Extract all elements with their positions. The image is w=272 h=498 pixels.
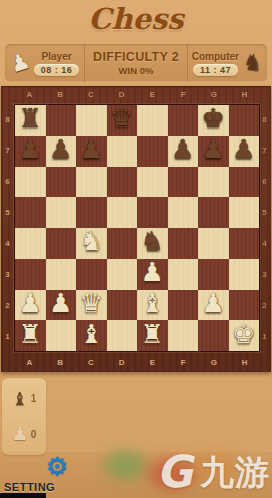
black-knight-icon: ♞: [242, 51, 265, 76]
computer-panel: Computer 11 : 47 ♞: [188, 44, 267, 82]
file-label-g: G: [199, 356, 230, 370]
piece-white-bishop: ♝: [141, 290, 164, 316]
piece-black-pawn: ♟: [202, 136, 225, 162]
setting-button[interactable]: ⚙ SETTING: [2, 454, 90, 496]
player-clock: 08 : 16: [34, 64, 80, 76]
square-c2[interactable]: ♛: [76, 290, 107, 321]
square-d7[interactable]: [107, 136, 138, 167]
file-label-e: E: [137, 88, 168, 102]
computer-label: Computer: [192, 51, 239, 62]
file-label-c: C: [76, 356, 107, 370]
watermark-logo-icon: G: [155, 450, 200, 494]
square-e3[interactable]: ♟: [137, 259, 168, 290]
square-c8[interactable]: [76, 105, 107, 136]
rank-labels-left: 87654321: [2, 104, 13, 352]
white-pawn-icon: ♟: [7, 49, 33, 76]
watermark-text: 九游: [200, 455, 270, 489]
square-g2[interactable]: ♟: [198, 290, 229, 321]
piece-white-rook: ♜: [141, 321, 164, 347]
status-bar: ♟ Player 08 : 16 DIFFICULTY 2 WIN 0% Com…: [5, 44, 267, 82]
square-g5[interactable]: [198, 197, 229, 228]
piece-white-king: ♚: [232, 321, 255, 347]
square-c7[interactable]: ♟: [76, 136, 107, 167]
square-d3[interactable]: [107, 259, 138, 290]
square-c6[interactable]: [76, 167, 107, 198]
rank-label-1: 1: [259, 321, 270, 352]
file-label-g: G: [199, 88, 230, 102]
piece-black-pawn: ♟: [19, 136, 42, 162]
square-a7[interactable]: ♟: [15, 136, 46, 167]
square-d2[interactable]: [107, 290, 138, 321]
rank-label-6: 6: [259, 166, 270, 197]
rank-labels-right: 87654321: [259, 104, 270, 352]
square-b2[interactable]: ♟: [46, 290, 77, 321]
rank-label-4: 4: [2, 228, 13, 259]
rank-label-7: 7: [2, 135, 13, 166]
file-label-a: A: [14, 88, 45, 102]
square-b8[interactable]: [46, 105, 77, 136]
player-panel: ♟ Player 08 : 16: [5, 44, 85, 82]
captured-black-bishop-icon: ♝: [12, 390, 28, 408]
win-rate-label: WIN 0%: [119, 65, 154, 76]
file-label-d: D: [106, 356, 137, 370]
rank-label-2: 2: [259, 290, 270, 321]
square-h7[interactable]: ♟: [229, 136, 260, 167]
square-d8[interactable]: ♛: [107, 105, 138, 136]
piece-black-king: ♚: [202, 105, 225, 131]
rank-label-3: 3: [259, 259, 270, 290]
tray-item: ♟ 0: [4, 425, 44, 443]
piece-black-pawn: ♟: [232, 136, 255, 162]
square-h2[interactable]: [229, 290, 260, 321]
square-d1[interactable]: [107, 320, 138, 351]
square-f4[interactable]: [168, 228, 199, 259]
piece-white-rook: ♜: [19, 321, 42, 347]
square-f7[interactable]: ♟: [168, 136, 199, 167]
piece-white-knight: ♞: [80, 228, 103, 254]
file-label-h: H: [229, 88, 260, 102]
piece-black-pawn: ♟: [80, 136, 103, 162]
square-h5[interactable]: [229, 197, 260, 228]
piece-white-bishop: ♝: [80, 321, 103, 347]
rank-label-8: 8: [259, 104, 270, 135]
square-f1[interactable]: [168, 320, 199, 351]
square-b7[interactable]: ♟: [46, 136, 77, 167]
rank-label-2: 2: [2, 290, 13, 321]
square-c5[interactable]: [76, 197, 107, 228]
square-b5[interactable]: [46, 197, 77, 228]
decor-blob-green: [104, 450, 146, 480]
rank-label-8: 8: [2, 104, 13, 135]
board-squares: ♜♛♚♟♟♟♟♟♟♞♞♟♟♟♛♝♟♜♝♜♚: [14, 104, 260, 352]
square-h1[interactable]: ♚: [229, 320, 260, 351]
difficulty-panel: DIFFICULTY 2 WIN 0%: [85, 44, 187, 82]
watermark: G 九游: [160, 450, 270, 494]
captured-count: 1: [31, 393, 37, 404]
square-g3[interactable]: [198, 259, 229, 290]
piece-white-pawn: ♟: [141, 259, 164, 285]
file-label-b: B: [45, 88, 76, 102]
piece-black-queen: ♛: [110, 105, 133, 131]
square-g7[interactable]: ♟: [198, 136, 229, 167]
file-label-a: A: [14, 356, 45, 370]
captured-count: 0: [31, 429, 37, 440]
file-label-c: C: [76, 88, 107, 102]
square-e2[interactable]: ♝: [137, 290, 168, 321]
square-g4[interactable]: [198, 228, 229, 259]
square-f2[interactable]: [168, 290, 199, 321]
rank-label-1: 1: [2, 321, 13, 352]
square-g1[interactable]: [198, 320, 229, 351]
gear-icon[interactable]: ⚙: [46, 454, 68, 479]
square-f3[interactable]: [168, 259, 199, 290]
piece-white-pawn: ♟: [202, 290, 225, 316]
file-label-f: F: [168, 356, 199, 370]
square-e8[interactable]: [137, 105, 168, 136]
captured-pieces-tray: ♝ 1 ♟ 0: [2, 378, 46, 455]
file-label-e: E: [137, 356, 168, 370]
piece-white-queen: ♛: [80, 290, 103, 316]
captured-white-pawn-icon: ♟: [12, 425, 28, 443]
bottom-edge-strip: [0, 493, 46, 498]
chess-board: ABCDEFGH ABCDEFGH 87654321 87654321 ♜♛♚♟…: [1, 86, 271, 372]
square-c3[interactable]: [76, 259, 107, 290]
square-f8[interactable]: [168, 105, 199, 136]
piece-white-pawn: ♟: [49, 290, 72, 316]
square-b1[interactable]: [46, 320, 77, 351]
piece-black-knight: ♞: [141, 228, 164, 254]
square-a1[interactable]: ♜: [15, 320, 46, 351]
square-b4[interactable]: [46, 228, 77, 259]
square-d4[interactable]: [107, 228, 138, 259]
square-e6[interactable]: [137, 167, 168, 198]
piece-black-rook: ♜: [19, 105, 42, 131]
square-e1[interactable]: ♜: [137, 320, 168, 351]
difficulty-label: DIFFICULTY 2: [93, 50, 179, 64]
piece-black-pawn: ♟: [171, 136, 194, 162]
square-h3[interactable]: [229, 259, 260, 290]
square-c4[interactable]: ♞: [76, 228, 107, 259]
square-e5[interactable]: [137, 197, 168, 228]
square-h6[interactable]: [229, 167, 260, 198]
rank-label-5: 5: [259, 197, 270, 228]
rank-label-3: 3: [2, 259, 13, 290]
square-e4[interactable]: ♞: [137, 228, 168, 259]
square-b6[interactable]: [46, 167, 77, 198]
file-label-f: F: [168, 88, 199, 102]
file-labels-bottom: ABCDEFGH: [14, 356, 260, 370]
square-a6[interactable]: [15, 167, 46, 198]
file-label-h: H: [229, 356, 260, 370]
page-title: Chess: [0, 2, 272, 36]
setting-label: SETTING: [4, 481, 55, 493]
square-c1[interactable]: ♝: [76, 320, 107, 351]
file-labels-top: ABCDEFGH: [14, 88, 260, 102]
tray-item: ♝ 1: [4, 390, 44, 408]
square-b3[interactable]: [46, 259, 77, 290]
file-label-b: B: [45, 356, 76, 370]
square-a5[interactable]: [15, 197, 46, 228]
square-a8[interactable]: ♜: [15, 105, 46, 136]
square-f5[interactable]: [168, 197, 199, 228]
square-g6[interactable]: [198, 167, 229, 198]
square-d5[interactable]: [107, 197, 138, 228]
square-h8[interactable]: [229, 105, 260, 136]
file-label-d: D: [106, 88, 137, 102]
square-e7[interactable]: [137, 136, 168, 167]
piece-white-pawn: ♟: [19, 290, 42, 316]
square-g8[interactable]: ♚: [198, 105, 229, 136]
square-d6[interactable]: [107, 167, 138, 198]
square-a4[interactable]: [15, 228, 46, 259]
piece-black-pawn: ♟: [49, 136, 72, 162]
square-a2[interactable]: ♟: [15, 290, 46, 321]
computer-clock: 11 : 47: [193, 64, 238, 76]
square-a3[interactable]: [15, 259, 46, 290]
rank-label-4: 4: [259, 228, 270, 259]
rank-label-6: 6: [2, 166, 13, 197]
player-label: Player: [42, 51, 72, 62]
rank-label-7: 7: [259, 135, 270, 166]
rank-label-5: 5: [2, 197, 13, 228]
chess-app: Chess ♟ Player 08 : 16 DIFFICULTY 2 WIN …: [0, 0, 272, 498]
square-h4[interactable]: [229, 228, 260, 259]
square-f6[interactable]: [168, 167, 199, 198]
